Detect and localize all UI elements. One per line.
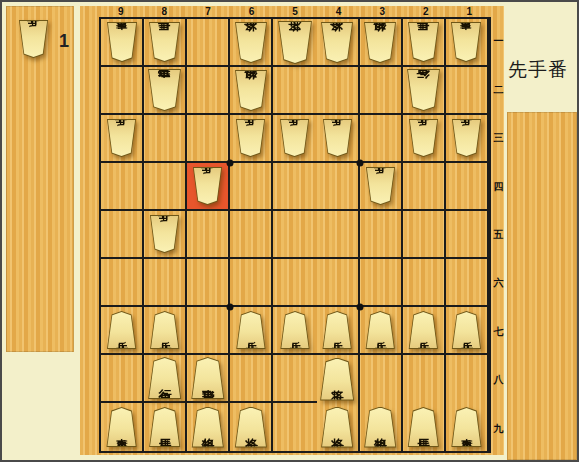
cell-4-4[interactable] (317, 163, 360, 211)
piece-face: 飛車 (191, 358, 224, 398)
cell-2-9[interactable]: 桂馬 (403, 403, 446, 451)
board-grid: 香車桂馬金将王将金将銀将桂馬香車飛車銀将角行歩兵歩兵歩兵歩兵歩兵歩兵歩兵歩兵歩兵… (99, 17, 491, 453)
gote-piece-歩兵[interactable]: 歩兵 (322, 119, 353, 157)
shogi-board: 9 8 7 6 5 4 3 2 1 香車桂馬金将王将金将銀将桂馬香車飛車銀将角行… (80, 6, 504, 455)
sente-piece-歩兵[interactable]: 歩兵 (365, 311, 396, 349)
sente-piece-玉将[interactable]: 玉将 (319, 358, 355, 401)
gote-piece-歩兵[interactable]: 歩兵 (235, 119, 266, 157)
sente-piece-香車[interactable]: 香車 (450, 407, 482, 447)
cell-8-5[interactable]: 歩兵 (144, 211, 187, 259)
sente-piece-金将[interactable]: 金将 (234, 407, 268, 448)
piece-face: 香車 (451, 408, 481, 446)
cell-9-5[interactable] (101, 211, 144, 259)
cell-9-2[interactable] (101, 67, 144, 115)
piece-face: 歩兵 (409, 120, 438, 156)
gote-piece-歩兵[interactable]: 歩兵 (365, 167, 396, 205)
file-label-3: 3 (360, 6, 404, 17)
cell-4-6[interactable] (317, 259, 360, 307)
gote-piece-歩兵[interactable]: 歩兵 (408, 119, 439, 157)
gote-piece-桂馬[interactable]: 桂馬 (407, 22, 440, 62)
gote-piece-歩兵[interactable]: 歩兵 (451, 119, 482, 157)
file-label-1: 1 (448, 6, 492, 17)
gote-piece-歩兵[interactable]: 歩兵 (106, 119, 137, 157)
sente-hand-tray (507, 112, 577, 460)
gote-piece-香車[interactable]: 香車 (450, 22, 482, 62)
gote-piece-歩兵[interactable]: 歩兵 (192, 167, 223, 205)
sente-piece-歩兵[interactable]: 歩兵 (451, 311, 482, 349)
sente-piece-角行[interactable]: 角行 (147, 357, 182, 399)
file-label-9: 9 (99, 6, 143, 17)
cell-8-1[interactable]: 桂馬 (144, 19, 187, 67)
file-label-7: 7 (186, 6, 230, 17)
cell-6-1[interactable]: 金将 (230, 19, 273, 67)
piece-shape: 銀将 (191, 407, 225, 448)
piece-face: 歩兵 (193, 168, 222, 204)
cell-5-6[interactable] (273, 259, 316, 307)
piece-shape: 金将 (234, 407, 268, 448)
gote-piece-角行[interactable]: 角行 (406, 69, 441, 111)
piece-face: 玉将 (320, 359, 354, 400)
cell-4-8[interactable]: 玉将 (317, 355, 360, 403)
file-label-2: 2 (404, 6, 448, 17)
cell-8-4[interactable] (144, 163, 187, 211)
piece-face: 銀将 (364, 408, 396, 447)
gote-piece-香車[interactable]: 香車 (106, 22, 138, 62)
cell-7-8[interactable]: 飛車 (187, 355, 230, 403)
hoshi-dot (356, 304, 363, 311)
sente-piece-金将[interactable]: 金将 (320, 407, 354, 448)
piece-shape: 歩兵 (18, 20, 49, 58)
cell-5-4[interactable] (273, 163, 316, 211)
sente-piece-飛車[interactable]: 飛車 (190, 357, 225, 399)
cell-1-5[interactable] (446, 211, 489, 259)
cell-3-6[interactable] (360, 259, 403, 307)
cell-8-9[interactable]: 桂馬 (144, 403, 187, 451)
sente-piece-歩兵[interactable]: 歩兵 (235, 311, 266, 349)
piece-face: 銀将 (235, 71, 267, 110)
cell-2-5[interactable] (403, 211, 446, 259)
piece-shape: 金将 (234, 22, 268, 63)
piece-face: 金将 (235, 23, 267, 62)
piece-face: 香車 (451, 23, 481, 61)
cell-1-2[interactable] (446, 67, 489, 115)
cell-1-3[interactable]: 歩兵 (446, 115, 489, 163)
cell-1-7[interactable]: 歩兵 (446, 307, 489, 355)
gote-piece-歩兵[interactable]: 歩兵 (279, 119, 310, 157)
piece-shape: 歩兵 (149, 311, 180, 349)
cell-3-7[interactable]: 歩兵 (360, 307, 403, 355)
cell-4-9[interactable]: 金将 (317, 403, 360, 451)
cell-2-6[interactable] (403, 259, 446, 307)
cell-7-5[interactable] (187, 211, 230, 259)
piece-face: 桂馬 (408, 408, 439, 446)
piece-shape: 歩兵 (106, 119, 137, 157)
sente-piece-歩兵[interactable]: 歩兵 (149, 311, 180, 349)
cell-9-4[interactable] (101, 163, 144, 211)
cell-6-5[interactable] (230, 211, 273, 259)
piece-shape: 歩兵 (365, 311, 396, 349)
gote-hand-tray: 歩兵 1 (6, 6, 74, 352)
rank-label-5: 五 (492, 211, 505, 259)
cell-7-7[interactable] (187, 307, 230, 355)
cell-9-3[interactable]: 歩兵 (101, 115, 144, 163)
piece-shape: 桂馬 (407, 22, 440, 62)
piece-shape: 桂馬 (148, 22, 181, 62)
piece-shape: 歩兵 (235, 311, 266, 349)
hoshi-dot (227, 159, 234, 166)
piece-face: 銀将 (192, 408, 224, 447)
sente-piece-歩兵[interactable]: 歩兵 (322, 311, 353, 349)
cell-9-1[interactable]: 香車 (101, 19, 144, 67)
piece-face: 角行 (407, 70, 440, 110)
piece-shape: 歩兵 (192, 167, 223, 205)
piece-shape: 歩兵 (106, 311, 137, 349)
cell-7-9[interactable]: 銀将 (187, 403, 230, 451)
cell-2-7[interactable]: 歩兵 (403, 307, 446, 355)
piece-shape: 桂馬 (148, 407, 181, 447)
cell-6-4[interactable] (230, 163, 273, 211)
piece-shape: 銀将 (234, 70, 268, 111)
piece-shape: 桂馬 (407, 407, 440, 447)
gote-hand-pawn-slot[interactable]: 歩兵 (18, 20, 49, 58)
cell-2-1[interactable]: 桂馬 (403, 19, 446, 67)
shogi-app-window: 歩兵 1 9 8 7 6 5 4 3 2 1 香車桂馬金将王将金将銀将桂馬香車飛… (0, 0, 579, 462)
cell-1-8[interactable] (446, 355, 489, 403)
piece-face: 歩兵 (150, 312, 179, 348)
piece-face: 香車 (107, 408, 137, 446)
piece-shape: 歩兵 (365, 167, 396, 205)
piece-face: 金将 (321, 408, 353, 447)
piece-face: 金将 (235, 408, 267, 447)
cell-6-7[interactable]: 歩兵 (230, 307, 273, 355)
piece-shape: 王将 (277, 21, 313, 64)
cell-7-6[interactable] (187, 259, 230, 307)
piece-shape: 歩兵 (408, 311, 439, 349)
cell-4-3[interactable]: 歩兵 (317, 115, 360, 163)
piece-shape: 金将 (320, 22, 354, 63)
rank-label-1: 一 (492, 17, 505, 65)
cell-6-9[interactable]: 金将 (230, 403, 273, 451)
piece-face: 歩兵 (409, 312, 438, 348)
piece-face: 歩兵 (236, 312, 265, 348)
cell-5-9[interactable] (273, 403, 316, 451)
piece-face: 香車 (107, 23, 137, 61)
turn-indicator: 先手番 (508, 57, 579, 83)
cell-5-5[interactable] (273, 211, 316, 259)
cell-8-6[interactable] (144, 259, 187, 307)
sente-piece-銀将[interactable]: 銀将 (191, 407, 225, 448)
rank-label-7: 七 (492, 308, 505, 356)
piece-shape: 銀将 (363, 22, 397, 63)
cell-4-5[interactable] (317, 211, 360, 259)
cell-6-3[interactable]: 歩兵 (230, 115, 273, 163)
gote-piece-桂馬[interactable]: 桂馬 (148, 22, 181, 62)
cell-5-1[interactable]: 王将 (273, 19, 316, 67)
rank-label-4: 四 (492, 162, 505, 210)
gote-piece-金将[interactable]: 金将 (320, 22, 354, 63)
cell-6-6[interactable] (230, 259, 273, 307)
piece-face: 歩兵 (280, 120, 309, 156)
cell-4-1[interactable]: 金将 (317, 19, 360, 67)
cell-4-2[interactable] (317, 67, 360, 115)
file-label-4: 4 (317, 6, 361, 17)
piece-face: 王将 (278, 22, 312, 63)
cell-2-4[interactable] (403, 163, 446, 211)
cell-3-4[interactable]: 歩兵 (360, 163, 403, 211)
piece-face: 歩兵 (323, 120, 352, 156)
piece-shape: 歩兵 (408, 119, 439, 157)
piece-face: 歩兵 (366, 312, 395, 348)
gote-piece-銀将[interactable]: 銀将 (363, 22, 397, 63)
cell-7-1[interactable] (187, 19, 230, 67)
cell-9-9[interactable]: 香車 (101, 403, 144, 451)
piece-shape: 歩兵 (279, 119, 310, 157)
cell-2-2[interactable]: 角行 (403, 67, 446, 115)
rank-label-9: 九 (492, 405, 505, 453)
cell-3-5[interactable] (360, 211, 403, 259)
cell-8-7[interactable]: 歩兵 (144, 307, 187, 355)
cell-3-3[interactable] (360, 115, 403, 163)
hoshi-dot (356, 159, 363, 166)
sente-piece-桂馬[interactable]: 桂馬 (148, 407, 181, 447)
file-labels: 9 8 7 6 5 4 3 2 1 (99, 6, 491, 17)
cell-8-2[interactable]: 飛車 (144, 67, 187, 115)
cell-9-6[interactable] (101, 259, 144, 307)
file-label-5: 5 (273, 6, 317, 17)
piece-shape: 金将 (320, 407, 354, 448)
piece-face: 金将 (321, 23, 353, 62)
piece-face: 歩兵 (452, 120, 481, 156)
piece-face: 歩兵 (323, 312, 352, 348)
cell-1-1[interactable]: 香車 (446, 19, 489, 67)
piece-face: 歩兵 (19, 21, 48, 57)
cell-3-8[interactable] (360, 355, 403, 403)
piece-face: 角行 (148, 358, 181, 398)
piece-face: 歩兵 (280, 312, 309, 348)
piece-shape: 香車 (106, 407, 138, 447)
cell-6-8[interactable] (230, 355, 273, 403)
cell-7-4[interactable]: 歩兵 (187, 163, 230, 211)
piece-shape: 香車 (450, 407, 482, 447)
piece-shape: 歩兵 (451, 311, 482, 349)
gote-hand-pawn-count: 1 (59, 31, 69, 52)
cell-5-7[interactable]: 歩兵 (273, 307, 316, 355)
piece-face: 桂馬 (149, 23, 180, 61)
sente-piece-銀将[interactable]: 銀将 (363, 407, 397, 448)
cell-1-4[interactable] (446, 163, 489, 211)
hoshi-dot (227, 304, 234, 311)
cell-8-8[interactable]: 角行 (144, 355, 187, 403)
file-label-8: 8 (143, 6, 187, 17)
piece-shape: 角行 (406, 69, 441, 111)
piece-face: 歩兵 (107, 120, 136, 156)
cell-3-2[interactable] (360, 67, 403, 115)
cell-2-3[interactable]: 歩兵 (403, 115, 446, 163)
rank-label-6: 六 (492, 259, 505, 307)
piece-shape: 飛車 (147, 69, 182, 111)
sente-piece-桂馬[interactable]: 桂馬 (407, 407, 440, 447)
cell-3-9[interactable]: 銀将 (360, 403, 403, 451)
cell-7-2[interactable] (187, 67, 230, 115)
gote-piece-王将[interactable]: 王将 (277, 21, 313, 64)
piece-shape: 歩兵 (235, 119, 266, 157)
rank-label-2: 二 (492, 65, 505, 113)
piece-face: 飛車 (148, 70, 181, 110)
file-label-6: 6 (230, 6, 274, 17)
cell-4-7[interactable]: 歩兵 (317, 307, 360, 355)
piece-shape: 歩兵 (322, 119, 353, 157)
gote-piece-銀将[interactable]: 銀将 (234, 70, 268, 111)
piece-shape: 飛車 (190, 357, 225, 399)
cell-2-8[interactable] (403, 355, 446, 403)
piece-face: 歩兵 (452, 312, 481, 348)
piece-shape: 歩兵 (322, 311, 353, 349)
piece-face: 歩兵 (107, 312, 136, 348)
piece-shape: 銀将 (363, 407, 397, 448)
piece-shape: 歩兵 (149, 215, 180, 253)
cell-5-8[interactable] (273, 355, 316, 403)
cell-5-2[interactable] (273, 67, 316, 115)
piece-shape: 香車 (106, 22, 138, 62)
sente-piece-香車[interactable]: 香車 (106, 407, 138, 447)
piece-shape: 香車 (450, 22, 482, 62)
cell-9-7[interactable]: 歩兵 (101, 307, 144, 355)
piece-shape: 歩兵 (451, 119, 482, 157)
piece-face: 歩兵 (366, 168, 395, 204)
piece-face: 銀将 (364, 23, 396, 62)
sente-piece-歩兵[interactable]: 歩兵 (279, 311, 310, 349)
rank-labels: 一 二 三 四 五 六 七 八 九 (492, 17, 505, 453)
gote-piece-歩兵[interactable]: 歩兵 (149, 215, 180, 253)
cell-5-3[interactable]: 歩兵 (273, 115, 316, 163)
gote-piece-歩兵[interactable]: 歩兵 (18, 20, 49, 58)
piece-shape: 角行 (147, 357, 182, 399)
piece-face: 歩兵 (236, 120, 265, 156)
cell-7-3[interactable] (187, 115, 230, 163)
cell-1-9[interactable]: 香車 (446, 403, 489, 451)
cell-8-3[interactable] (144, 115, 187, 163)
gote-piece-飛車[interactable]: 飛車 (147, 69, 182, 111)
cell-1-6[interactable] (446, 259, 489, 307)
gote-piece-金将[interactable]: 金将 (234, 22, 268, 63)
cell-9-8[interactable] (101, 355, 144, 403)
rank-label-3: 三 (492, 114, 505, 162)
sente-piece-歩兵[interactable]: 歩兵 (106, 311, 137, 349)
piece-face: 歩兵 (150, 216, 179, 252)
piece-face: 桂馬 (149, 408, 180, 446)
cell-3-1[interactable]: 銀将 (360, 19, 403, 67)
sente-piece-歩兵[interactable]: 歩兵 (408, 311, 439, 349)
piece-shape: 歩兵 (279, 311, 310, 349)
cell-6-2[interactable]: 銀将 (230, 67, 273, 115)
piece-shape: 玉将 (319, 358, 355, 401)
rank-label-8: 八 (492, 356, 505, 404)
piece-face: 桂馬 (408, 23, 439, 61)
